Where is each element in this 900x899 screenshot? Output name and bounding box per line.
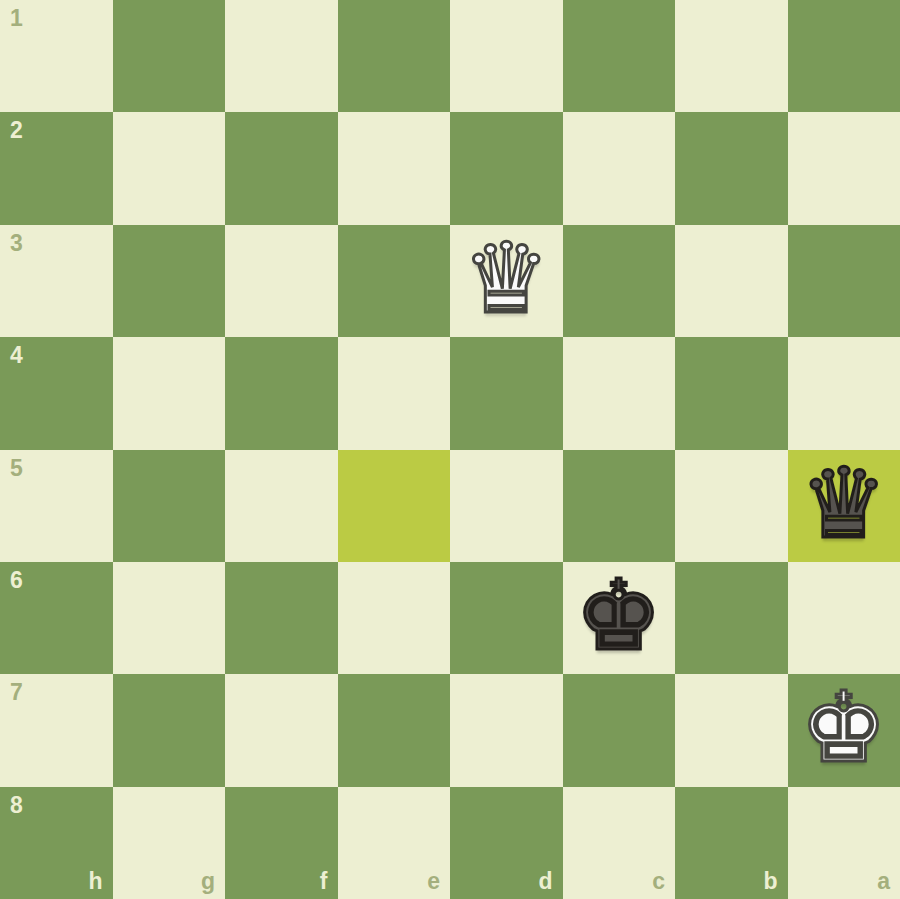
square-e5[interactable] xyxy=(338,450,451,562)
rank-label-1: 1 xyxy=(10,7,23,30)
square-g4[interactable] xyxy=(113,337,226,449)
square-a7[interactable]: ♚ xyxy=(788,674,900,786)
square-a3[interactable] xyxy=(788,225,900,337)
square-h7[interactable]: 7 xyxy=(0,674,113,786)
rank-label-8: 8 xyxy=(10,794,23,817)
square-g6[interactable] xyxy=(113,562,226,674)
square-b7[interactable] xyxy=(675,674,788,786)
square-d1[interactable] xyxy=(450,0,563,112)
square-f6[interactable] xyxy=(225,562,338,674)
square-d7[interactable] xyxy=(450,674,563,786)
square-b8[interactable]: b xyxy=(675,787,788,899)
square-c3[interactable] xyxy=(563,225,676,337)
square-h6[interactable]: 6 xyxy=(0,562,113,674)
file-label-d: d xyxy=(538,870,552,893)
rank-label-3: 3 xyxy=(10,232,23,255)
square-d5[interactable] xyxy=(450,450,563,562)
square-g8[interactable]: g xyxy=(113,787,226,899)
square-d3[interactable]: ♛ xyxy=(450,225,563,337)
square-c4[interactable] xyxy=(563,337,676,449)
square-e4[interactable] xyxy=(338,337,451,449)
file-label-b: b xyxy=(763,870,777,893)
square-h4[interactable]: 4 xyxy=(0,337,113,449)
square-f7[interactable] xyxy=(225,674,338,786)
black-queen[interactable]: ♛ xyxy=(800,450,887,560)
square-a2[interactable] xyxy=(788,112,900,224)
square-e1[interactable] xyxy=(338,0,451,112)
square-c5[interactable] xyxy=(563,450,676,562)
square-c7[interactable] xyxy=(563,674,676,786)
white-queen[interactable]: ♛ xyxy=(463,225,550,335)
square-e3[interactable] xyxy=(338,225,451,337)
square-c6[interactable]: ♚ xyxy=(563,562,676,674)
square-e7[interactable] xyxy=(338,674,451,786)
square-b4[interactable] xyxy=(675,337,788,449)
square-g5[interactable] xyxy=(113,450,226,562)
square-d8[interactable]: d xyxy=(450,787,563,899)
square-g1[interactable] xyxy=(113,0,226,112)
square-b3[interactable] xyxy=(675,225,788,337)
square-a6[interactable] xyxy=(788,562,900,674)
square-c8[interactable]: c xyxy=(563,787,676,899)
file-label-e: e xyxy=(427,870,440,893)
black-king[interactable]: ♚ xyxy=(575,562,662,672)
square-a4[interactable] xyxy=(788,337,900,449)
file-label-g: g xyxy=(201,870,215,893)
chess-board: 123♛45♛6♚7♚8hgfedcba xyxy=(0,0,900,899)
square-h5[interactable]: 5 xyxy=(0,450,113,562)
square-e8[interactable]: e xyxy=(338,787,451,899)
square-b2[interactable] xyxy=(675,112,788,224)
square-e2[interactable] xyxy=(338,112,451,224)
rank-label-4: 4 xyxy=(10,344,23,367)
square-b1[interactable] xyxy=(675,0,788,112)
rank-label-7: 7 xyxy=(10,681,23,704)
square-g7[interactable] xyxy=(113,674,226,786)
square-g3[interactable] xyxy=(113,225,226,337)
file-label-c: c xyxy=(652,870,665,893)
rank-label-5: 5 xyxy=(10,457,23,480)
square-a5[interactable]: ♛ xyxy=(788,450,900,562)
square-f1[interactable] xyxy=(225,0,338,112)
square-a8[interactable]: a xyxy=(788,787,900,899)
square-f8[interactable]: f xyxy=(225,787,338,899)
square-h1[interactable]: 1 xyxy=(0,0,113,112)
square-c2[interactable] xyxy=(563,112,676,224)
square-b6[interactable] xyxy=(675,562,788,674)
square-g2[interactable] xyxy=(113,112,226,224)
square-f2[interactable] xyxy=(225,112,338,224)
square-e6[interactable] xyxy=(338,562,451,674)
square-f4[interactable] xyxy=(225,337,338,449)
white-king[interactable]: ♚ xyxy=(800,674,887,784)
square-h3[interactable]: 3 xyxy=(0,225,113,337)
square-a1[interactable] xyxy=(788,0,900,112)
file-label-h: h xyxy=(88,870,102,893)
file-label-a: a xyxy=(877,870,890,893)
square-c1[interactable] xyxy=(563,0,676,112)
square-f5[interactable] xyxy=(225,450,338,562)
square-b5[interactable] xyxy=(675,450,788,562)
rank-label-6: 6 xyxy=(10,569,23,592)
square-d4[interactable] xyxy=(450,337,563,449)
square-h8[interactable]: 8h xyxy=(0,787,113,899)
square-d6[interactable] xyxy=(450,562,563,674)
file-label-f: f xyxy=(320,870,328,893)
square-d2[interactable] xyxy=(450,112,563,224)
square-h2[interactable]: 2 xyxy=(0,112,113,224)
rank-label-2: 2 xyxy=(10,119,23,142)
square-f3[interactable] xyxy=(225,225,338,337)
